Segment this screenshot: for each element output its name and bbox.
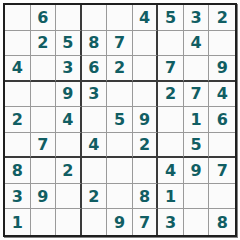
cell-r6c3[interactable] [56,133,82,159]
cell-r7c8: 9 [184,158,210,184]
cell-r3c2[interactable] [31,56,57,82]
cell-r2c8: 4 [184,31,210,57]
cell-r2c2: 2 [31,31,57,57]
cell-r8c4: 2 [82,184,108,210]
cell-r5c6: 9 [133,107,159,133]
cell-r5c3: 4 [56,107,82,133]
cell-r7c4[interactable] [82,158,108,184]
cell-r3c7: 7 [158,56,184,82]
cell-r1c7: 5 [158,5,184,31]
cell-r7c6[interactable] [133,158,159,184]
cell-r4c7: 2 [158,82,184,108]
cell-r4c5[interactable] [107,82,133,108]
sudoku-grid: 6453225874436279932742459167425824973928… [5,5,235,235]
cell-r8c1: 3 [5,184,31,210]
cell-r5c8: 1 [184,107,210,133]
cell-r2c3: 5 [56,31,82,57]
cell-r3c4: 6 [82,56,108,82]
cell-r7c1: 8 [5,158,31,184]
cell-r8c3[interactable] [56,184,82,210]
cell-r4c1[interactable] [5,82,31,108]
cell-r7c9: 7 [209,158,235,184]
cell-r7c5[interactable] [107,158,133,184]
cell-r4c8: 7 [184,82,210,108]
cell-r4c6[interactable] [133,82,159,108]
cell-r8c2: 9 [31,184,57,210]
cell-r3c9: 9 [209,56,235,82]
cell-r1c1[interactable] [5,5,31,31]
cell-r6c2: 7 [31,133,57,159]
cell-r9c9: 8 [209,209,235,235]
cell-r1c8: 3 [184,5,210,31]
cell-r5c2[interactable] [31,107,57,133]
cell-r2c9[interactable] [209,31,235,57]
cell-r7c3: 2 [56,158,82,184]
cell-r6c4: 4 [82,133,108,159]
cell-r1c4[interactable] [82,5,108,31]
cell-r1c9: 2 [209,5,235,31]
cell-r5c4[interactable] [82,107,108,133]
cell-r6c5[interactable] [107,133,133,159]
cell-r9c4[interactable] [82,209,108,235]
cell-r4c4: 3 [82,82,108,108]
cell-r8c6: 8 [133,184,159,210]
cell-r5c9: 6 [209,107,235,133]
cell-r9c3[interactable] [56,209,82,235]
cell-r3c6[interactable] [133,56,159,82]
cell-r8c8[interactable] [184,184,210,210]
cell-r2c1[interactable] [5,31,31,57]
cell-r8c7: 1 [158,184,184,210]
cell-r9c2[interactable] [31,209,57,235]
cell-r9c6: 7 [133,209,159,235]
cell-r9c7: 3 [158,209,184,235]
cell-r1c5[interactable] [107,5,133,31]
cell-r9c8[interactable] [184,209,210,235]
cell-r1c6: 4 [133,5,159,31]
cell-r6c8: 5 [184,133,210,159]
cell-r7c2[interactable] [31,158,57,184]
cell-r5c7[interactable] [158,107,184,133]
cell-r1c2: 6 [31,5,57,31]
cell-r9c1: 1 [5,209,31,235]
cell-r5c5: 5 [107,107,133,133]
cell-r6c9[interactable] [209,133,235,159]
cell-r3c8[interactable] [184,56,210,82]
sudoku-board: 6453225874436279932742459167425824973928… [3,3,237,237]
cell-r6c7[interactable] [158,133,184,159]
cell-r2c4: 8 [82,31,108,57]
cell-r3c1: 4 [5,56,31,82]
cell-r2c7[interactable] [158,31,184,57]
cell-r5c1: 2 [5,107,31,133]
cell-r2c5: 7 [107,31,133,57]
cell-r2c6[interactable] [133,31,159,57]
cell-r9c5: 9 [107,209,133,235]
cell-r4c9: 4 [209,82,235,108]
cell-r3c3: 3 [56,56,82,82]
cell-r3c5: 2 [107,56,133,82]
cell-r4c2[interactable] [31,82,57,108]
cell-r8c5[interactable] [107,184,133,210]
cell-r4c3: 9 [56,82,82,108]
cell-r6c6: 2 [133,133,159,159]
cell-r6c1[interactable] [5,133,31,159]
cell-r7c7: 4 [158,158,184,184]
cell-r8c9[interactable] [209,184,235,210]
cell-r1c3[interactable] [56,5,82,31]
